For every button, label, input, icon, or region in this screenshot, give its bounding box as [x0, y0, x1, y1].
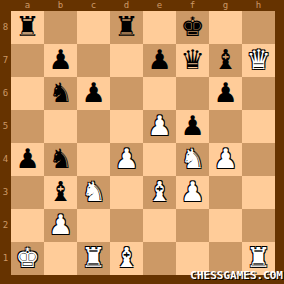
square-b1	[44, 242, 77, 275]
square-a2	[11, 209, 44, 242]
file-label-d: d	[110, 0, 143, 11]
square-f2	[176, 209, 209, 242]
black-pawn-a4: ♟	[11, 143, 44, 176]
square-a7	[11, 44, 44, 77]
square-d8: ♜	[110, 11, 143, 44]
black-rook-d8: ♜	[110, 11, 143, 44]
square-d1: ♝	[110, 242, 143, 275]
file-label-f: f	[176, 0, 209, 11]
black-pawn-c6: ♟	[77, 77, 110, 110]
square-d6	[110, 77, 143, 110]
white-knight-f4: ♞	[176, 143, 209, 176]
square-f5: ♟	[176, 110, 209, 143]
square-e1	[143, 242, 176, 275]
chess-diagram-frame: abcdefgh 87654321 ♜♜♚♟♟♛♝♛♞♟♟♟♟♟♞♟♞♟♝♞♝♟…	[0, 0, 284, 284]
square-d5	[110, 110, 143, 143]
square-h6	[242, 77, 275, 110]
square-a8: ♜	[11, 11, 44, 44]
square-b8	[44, 11, 77, 44]
black-knight-b4: ♞	[44, 143, 77, 176]
square-d3	[110, 176, 143, 209]
white-pawn-f3: ♟	[176, 176, 209, 209]
white-pawn-b2: ♟	[44, 209, 77, 242]
square-g3	[209, 176, 242, 209]
white-rook-c1: ♜	[77, 242, 110, 275]
file-label-a: a	[11, 0, 44, 11]
square-g2	[209, 209, 242, 242]
black-queen-f7: ♛	[176, 44, 209, 77]
square-h5	[242, 110, 275, 143]
black-bishop-b3: ♝	[44, 176, 77, 209]
square-c1: ♜	[77, 242, 110, 275]
rank-label-2: 2	[0, 209, 11, 242]
square-c2	[77, 209, 110, 242]
square-c3: ♞	[77, 176, 110, 209]
site-watermark: CHESSGAMES.COM	[190, 269, 283, 283]
file-label-e: e	[143, 0, 176, 11]
square-a4: ♟	[11, 143, 44, 176]
square-h4	[242, 143, 275, 176]
rank-label-6: 6	[0, 77, 11, 110]
white-king-a1: ♚	[11, 242, 44, 275]
square-h8	[242, 11, 275, 44]
white-knight-c3: ♞	[77, 176, 110, 209]
square-d2	[110, 209, 143, 242]
square-f3: ♟	[176, 176, 209, 209]
file-labels: abcdefgh	[11, 0, 275, 11]
square-a3	[11, 176, 44, 209]
rank-label-7: 7	[0, 44, 11, 77]
square-e6	[143, 77, 176, 110]
black-rook-a8: ♜	[11, 11, 44, 44]
black-pawn-f5: ♟	[176, 110, 209, 143]
chess-board: ♜♜♚♟♟♛♝♛♞♟♟♟♟♟♞♟♞♟♝♞♝♟♟♚♜♝♜	[11, 11, 275, 275]
square-h7: ♛	[242, 44, 275, 77]
square-e4	[143, 143, 176, 176]
square-c7	[77, 44, 110, 77]
square-e2	[143, 209, 176, 242]
black-king-f8: ♚	[176, 11, 209, 44]
square-e5: ♟	[143, 110, 176, 143]
square-e7: ♟	[143, 44, 176, 77]
square-h2	[242, 209, 275, 242]
black-pawn-e7: ♟	[143, 44, 176, 77]
square-b3: ♝	[44, 176, 77, 209]
square-a5	[11, 110, 44, 143]
square-c4	[77, 143, 110, 176]
file-label-h: h	[242, 0, 275, 11]
square-h3	[242, 176, 275, 209]
square-a1: ♚	[11, 242, 44, 275]
square-g6: ♟	[209, 77, 242, 110]
rank-label-5: 5	[0, 110, 11, 143]
white-queen-h7: ♛	[242, 44, 275, 77]
white-pawn-d4: ♟	[110, 143, 143, 176]
square-b7: ♟	[44, 44, 77, 77]
white-pawn-e5: ♟	[143, 110, 176, 143]
white-bishop-d1: ♝	[110, 242, 143, 275]
black-knight-b6: ♞	[44, 77, 77, 110]
file-label-c: c	[77, 0, 110, 11]
square-b6: ♞	[44, 77, 77, 110]
square-f8: ♚	[176, 11, 209, 44]
white-bishop-e3: ♝	[143, 176, 176, 209]
square-d7	[110, 44, 143, 77]
square-e8	[143, 11, 176, 44]
rank-label-4: 4	[0, 143, 11, 176]
square-e3: ♝	[143, 176, 176, 209]
square-g4: ♟	[209, 143, 242, 176]
square-b4: ♞	[44, 143, 77, 176]
square-d4: ♟	[110, 143, 143, 176]
rank-label-1: 1	[0, 242, 11, 275]
file-label-b: b	[44, 0, 77, 11]
black-bishop-g7: ♝	[209, 44, 242, 77]
square-g5	[209, 110, 242, 143]
white-pawn-g4: ♟	[209, 143, 242, 176]
square-c6: ♟	[77, 77, 110, 110]
rank-label-3: 3	[0, 176, 11, 209]
square-c5	[77, 110, 110, 143]
square-b2: ♟	[44, 209, 77, 242]
square-a6	[11, 77, 44, 110]
rank-labels: 87654321	[0, 11, 11, 275]
square-c8	[77, 11, 110, 44]
square-g8	[209, 11, 242, 44]
file-label-g: g	[209, 0, 242, 11]
square-g7: ♝	[209, 44, 242, 77]
square-f6	[176, 77, 209, 110]
black-pawn-b7: ♟	[44, 44, 77, 77]
square-f4: ♞	[176, 143, 209, 176]
square-f7: ♛	[176, 44, 209, 77]
black-pawn-g6: ♟	[209, 77, 242, 110]
square-b5	[44, 110, 77, 143]
rank-label-8: 8	[0, 11, 11, 44]
